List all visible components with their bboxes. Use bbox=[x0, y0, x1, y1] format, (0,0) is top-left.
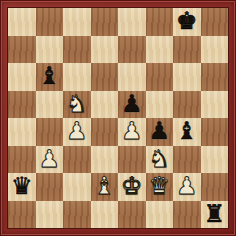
square-c2[interactable] bbox=[63, 173, 91, 201]
piece-white-pawn[interactable]: ♟ bbox=[121, 118, 143, 145]
piece-white-pawn[interactable]: ♟ bbox=[38, 146, 60, 173]
square-b2[interactable] bbox=[36, 173, 64, 201]
square-h1[interactable]: ♜ bbox=[201, 201, 229, 229]
square-g2[interactable]: ♟ bbox=[173, 173, 201, 201]
square-d1[interactable] bbox=[91, 201, 119, 229]
piece-white-king[interactable]: ♚ bbox=[121, 173, 143, 200]
square-h4[interactable] bbox=[201, 118, 229, 146]
square-e3[interactable] bbox=[118, 146, 146, 174]
piece-black-pawn[interactable]: ♟ bbox=[148, 118, 170, 145]
square-h6[interactable] bbox=[201, 63, 229, 91]
square-h5[interactable] bbox=[201, 91, 229, 119]
square-a2[interactable]: ♛ bbox=[8, 173, 36, 201]
square-d2[interactable]: ♝ bbox=[91, 173, 119, 201]
square-d8[interactable] bbox=[91, 8, 119, 36]
square-f3[interactable]: ♞ bbox=[146, 146, 174, 174]
square-b7[interactable] bbox=[36, 36, 64, 64]
square-e4[interactable]: ♟ bbox=[118, 118, 146, 146]
square-d4[interactable] bbox=[91, 118, 119, 146]
square-h2[interactable] bbox=[201, 173, 229, 201]
piece-white-pawn[interactable]: ♟ bbox=[176, 173, 198, 200]
square-d7[interactable] bbox=[91, 36, 119, 64]
square-g1[interactable] bbox=[173, 201, 201, 229]
square-c7[interactable] bbox=[63, 36, 91, 64]
square-g8[interactable]: ♚ bbox=[173, 8, 201, 36]
square-g4[interactable]: ♝ bbox=[173, 118, 201, 146]
square-b3[interactable]: ♟ bbox=[36, 146, 64, 174]
square-a7[interactable] bbox=[8, 36, 36, 64]
piece-black-queen[interactable]: ♛ bbox=[11, 173, 33, 200]
square-c8[interactable] bbox=[63, 8, 91, 36]
piece-black-king[interactable]: ♚ bbox=[176, 8, 198, 35]
square-b5[interactable] bbox=[36, 91, 64, 119]
square-d6[interactable] bbox=[91, 63, 119, 91]
square-f7[interactable] bbox=[146, 36, 174, 64]
piece-black-rook[interactable]: ♜ bbox=[203, 201, 225, 228]
square-c4[interactable]: ♟ bbox=[63, 118, 91, 146]
square-h3[interactable] bbox=[201, 146, 229, 174]
piece-white-knight[interactable]: ♞ bbox=[66, 91, 88, 118]
square-b1[interactable] bbox=[36, 201, 64, 229]
square-b8[interactable] bbox=[36, 8, 64, 36]
square-e6[interactable] bbox=[118, 63, 146, 91]
square-c5[interactable]: ♞ bbox=[63, 91, 91, 119]
square-b6[interactable]: ♝ bbox=[36, 63, 64, 91]
square-e8[interactable] bbox=[118, 8, 146, 36]
square-a3[interactable] bbox=[8, 146, 36, 174]
square-f4[interactable]: ♟ bbox=[146, 118, 174, 146]
piece-white-bishop[interactable]: ♝ bbox=[93, 173, 115, 200]
square-g3[interactable] bbox=[173, 146, 201, 174]
square-g6[interactable] bbox=[173, 63, 201, 91]
piece-white-pawn[interactable]: ♟ bbox=[66, 118, 88, 145]
chess-board: ♚♝♞♟♟♟♟♝♟♞♛♝♚♛♟♜ bbox=[8, 8, 228, 228]
board-frame: ♚♝♞♟♟♟♟♝♟♞♛♝♚♛♟♜ bbox=[0, 0, 236, 236]
square-a4[interactable] bbox=[8, 118, 36, 146]
square-g5[interactable] bbox=[173, 91, 201, 119]
square-a1[interactable] bbox=[8, 201, 36, 229]
square-e5[interactable]: ♟ bbox=[118, 91, 146, 119]
square-e2[interactable]: ♚ bbox=[118, 173, 146, 201]
piece-black-bishop[interactable]: ♝ bbox=[38, 63, 60, 90]
square-d3[interactable] bbox=[91, 146, 119, 174]
square-c1[interactable] bbox=[63, 201, 91, 229]
square-f8[interactable] bbox=[146, 8, 174, 36]
square-e1[interactable] bbox=[118, 201, 146, 229]
square-h8[interactable] bbox=[201, 8, 229, 36]
piece-black-pawn[interactable]: ♟ bbox=[121, 91, 143, 118]
square-f5[interactable] bbox=[146, 91, 174, 119]
square-a6[interactable] bbox=[8, 63, 36, 91]
square-d5[interactable] bbox=[91, 91, 119, 119]
square-e7[interactable] bbox=[118, 36, 146, 64]
square-c3[interactable] bbox=[63, 146, 91, 174]
piece-black-bishop[interactable]: ♝ bbox=[176, 118, 198, 145]
piece-white-queen[interactable]: ♛ bbox=[148, 173, 170, 200]
square-g7[interactable] bbox=[173, 36, 201, 64]
piece-white-knight[interactable]: ♞ bbox=[148, 146, 170, 173]
square-f2[interactable]: ♛ bbox=[146, 173, 174, 201]
square-f1[interactable] bbox=[146, 201, 174, 229]
square-a8[interactable] bbox=[8, 8, 36, 36]
square-f6[interactable] bbox=[146, 63, 174, 91]
square-c6[interactable] bbox=[63, 63, 91, 91]
square-b4[interactable] bbox=[36, 118, 64, 146]
square-h7[interactable] bbox=[201, 36, 229, 64]
square-a5[interactable] bbox=[8, 91, 36, 119]
